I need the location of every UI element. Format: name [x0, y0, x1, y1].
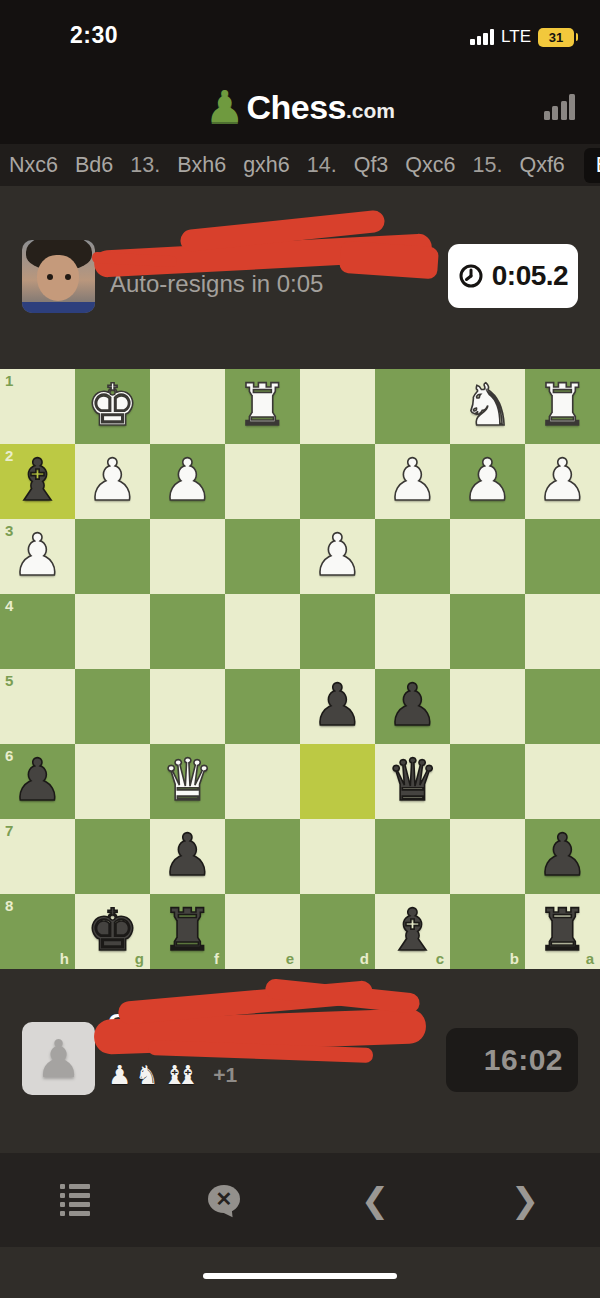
- battery-icon: 31: [538, 28, 574, 47]
- square-b4[interactable]: [450, 594, 525, 669]
- square-f5[interactable]: [150, 669, 225, 744]
- square-d4[interactable]: [300, 594, 375, 669]
- black-pawn[interactable]: ♟: [300, 669, 375, 742]
- square-b1[interactable]: ♞: [450, 369, 525, 444]
- player-clock-time: 16:02: [484, 1043, 563, 1077]
- file-label: h: [60, 950, 69, 967]
- square-h6[interactable]: 6♟: [0, 744, 75, 819]
- player-clock: 16:02: [446, 1028, 578, 1092]
- square-g8[interactable]: g♚: [75, 894, 150, 969]
- header: 2:30 LTE 31 ♟ Chess .com: [0, 0, 600, 144]
- white-rook[interactable]: ♜: [525, 369, 600, 442]
- battery-percent: 31: [549, 30, 563, 45]
- status-time: 2:30: [70, 22, 118, 49]
- square-d7[interactable]: [300, 819, 375, 894]
- white-pawn[interactable]: ♟: [450, 444, 525, 517]
- square-a4[interactable]: [525, 594, 600, 669]
- avatar-pawn-icon: ♟: [35, 1029, 82, 1089]
- square-a3[interactable]: [525, 519, 600, 594]
- rank-label: 3: [5, 522, 13, 539]
- chevron-left-icon: ❮: [361, 1183, 390, 1217]
- square-c3[interactable]: [375, 519, 450, 594]
- material-advantage: +1: [213, 1063, 237, 1087]
- black-pawn[interactable]: ♟: [525, 819, 600, 892]
- move-token[interactable]: gxh6: [243, 153, 290, 178]
- square-b3[interactable]: [450, 519, 525, 594]
- square-a6[interactable]: [525, 744, 600, 819]
- square-g2[interactable]: ♟: [75, 444, 150, 519]
- square-g6[interactable]: [75, 744, 150, 819]
- rank-label: 1: [5, 372, 13, 389]
- file-label: d: [360, 950, 369, 967]
- square-f4[interactable]: [150, 594, 225, 669]
- move-token[interactable]: Bxh6: [177, 153, 226, 178]
- chat-disabled-icon: ✕: [208, 1185, 242, 1215]
- captured-white-knight-icon: ♞: [135, 1058, 158, 1092]
- square-a5[interactable]: [525, 669, 600, 744]
- square-e4[interactable]: [225, 594, 300, 669]
- square-a2[interactable]: ♟: [525, 444, 600, 519]
- captured-pieces: ♟♞♝♝ +1: [108, 1058, 237, 1092]
- square-d1[interactable]: [300, 369, 375, 444]
- white-queen[interactable]: ♛: [150, 744, 225, 817]
- square-g3[interactable]: [75, 519, 150, 594]
- square-f3[interactable]: [150, 519, 225, 594]
- square-b7[interactable]: [450, 819, 525, 894]
- white-pawn[interactable]: ♟: [525, 444, 600, 517]
- network-type-label: LTE: [501, 27, 531, 47]
- square-h2[interactable]: 2♝: [0, 444, 75, 519]
- captured-white-bishop-icon: ♝: [176, 1058, 199, 1092]
- square-c6[interactable]: ♛: [375, 744, 450, 819]
- black-pawn[interactable]: ♟: [150, 819, 225, 892]
- opponent-avatar[interactable]: [22, 240, 95, 313]
- move-number: 15.: [473, 153, 503, 178]
- rank-label: 7: [5, 822, 13, 839]
- square-d8[interactable]: d: [300, 894, 375, 969]
- square-e2[interactable]: [225, 444, 300, 519]
- forward-move-button[interactable]: ❯: [450, 1183, 600, 1217]
- square-f6[interactable]: ♛: [150, 744, 225, 819]
- white-pawn[interactable]: ♟: [300, 519, 375, 592]
- black-pawn[interactable]: ♟: [375, 669, 450, 742]
- rank-label: 2: [5, 447, 13, 464]
- opponent-clock: 0:05.2: [448, 244, 578, 308]
- logo-pawn-icon: ♟: [205, 82, 244, 132]
- square-h3[interactable]: 3♟: [0, 519, 75, 594]
- square-b6[interactable]: [450, 744, 525, 819]
- white-knight[interactable]: ♞: [450, 369, 525, 442]
- white-pawn[interactable]: ♟: [75, 444, 150, 517]
- square-b8[interactable]: b: [450, 894, 525, 969]
- rank-label: 6: [5, 747, 13, 764]
- cell-signal-icon: [470, 29, 494, 45]
- square-d2[interactable]: [300, 444, 375, 519]
- square-d6[interactable]: [300, 744, 375, 819]
- square-g7[interactable]: [75, 819, 150, 894]
- square-d5[interactable]: ♟: [300, 669, 375, 744]
- back-move-button[interactable]: ❮: [300, 1183, 450, 1217]
- square-e3[interactable]: [225, 519, 300, 594]
- clock-icon: [458, 263, 484, 289]
- player-avatar[interactable]: ♟: [22, 1022, 95, 1095]
- square-b5[interactable]: [450, 669, 525, 744]
- moves-list-button[interactable]: [0, 1184, 150, 1216]
- square-h1[interactable]: 1: [0, 369, 75, 444]
- chess-board: 1♚♜♞♜2♝♟♟♟♟♟3♟♟45♟♟6♟♛♛7♟♟8hg♚f♜edc♝ba♜: [0, 369, 600, 969]
- opponent-clock-time: 0:05.2: [492, 260, 568, 292]
- file-label: b: [510, 950, 519, 967]
- square-e7[interactable]: [225, 819, 300, 894]
- file-label: g: [135, 950, 144, 967]
- file-label: c: [436, 950, 444, 967]
- black-queen[interactable]: ♛: [375, 744, 450, 817]
- white-king[interactable]: ♚: [75, 369, 150, 442]
- square-a8[interactable]: a♜: [525, 894, 600, 969]
- move-number: 14.: [307, 153, 337, 178]
- rank-label: 4: [5, 597, 13, 614]
- move-token[interactable]: Qf3: [354, 153, 389, 178]
- square-c7[interactable]: [375, 819, 450, 894]
- square-c2[interactable]: ♟: [375, 444, 450, 519]
- square-g5[interactable]: [75, 669, 150, 744]
- square-e6[interactable]: [225, 744, 300, 819]
- chesscom-logo: ♟ Chess .com: [0, 82, 600, 132]
- connection-strength-icon: [544, 94, 576, 120]
- square-g4[interactable]: [75, 594, 150, 669]
- square-c8[interactable]: c♝: [375, 894, 450, 969]
- square-h4[interactable]: 4: [0, 594, 75, 669]
- square-f2[interactable]: ♟: [150, 444, 225, 519]
- square-c4[interactable]: [375, 594, 450, 669]
- square-c1[interactable]: [375, 369, 450, 444]
- white-pawn[interactable]: ♟: [150, 444, 225, 517]
- square-h7[interactable]: 7: [0, 819, 75, 894]
- square-f7[interactable]: ♟: [150, 819, 225, 894]
- square-h5[interactable]: 5: [0, 669, 75, 744]
- square-c5[interactable]: ♟: [375, 669, 450, 744]
- square-a1[interactable]: ♜: [525, 369, 600, 444]
- file-label: e: [286, 950, 294, 967]
- bottom-toolbar: ✕ ❮ ❯: [0, 1153, 600, 1247]
- move-token[interactable]: Nxc6: [9, 153, 58, 178]
- logo-tld: .com: [346, 99, 395, 123]
- square-e1[interactable]: ♜: [225, 369, 300, 444]
- move-token[interactable]: Bh2+: [584, 148, 600, 183]
- square-f8[interactable]: f♜: [150, 894, 225, 969]
- chevron-right-icon: ❯: [511, 1183, 540, 1217]
- status-icons: LTE 31: [470, 27, 574, 47]
- chat-disabled-button[interactable]: ✕: [150, 1185, 300, 1215]
- rank-label: 5: [5, 672, 13, 689]
- file-label: f: [214, 950, 219, 967]
- captured-white-pawn-icon: ♟: [108, 1058, 131, 1092]
- redacted-opponent-name: [92, 218, 442, 292]
- white-rook[interactable]: ♜: [225, 369, 300, 442]
- moves-list-icon: [60, 1184, 90, 1216]
- file-label: a: [586, 950, 594, 967]
- square-h8[interactable]: 8h: [0, 894, 75, 969]
- square-g1[interactable]: ♚: [75, 369, 150, 444]
- move-token[interactable]: Bd6: [75, 153, 113, 178]
- square-b2[interactable]: ♟: [450, 444, 525, 519]
- white-pawn[interactable]: ♟: [375, 444, 450, 517]
- move-token[interactable]: Qxc6: [405, 153, 455, 178]
- move-list-bar: Nxc6Bd613.Bxh6gxh614.Qf3Qxc615.Qxf6Bh2+: [0, 144, 600, 186]
- square-e8[interactable]: e: [225, 894, 300, 969]
- rank-label: 8: [5, 897, 13, 914]
- square-d3[interactable]: ♟: [300, 519, 375, 594]
- logo-text: Chess: [246, 88, 346, 127]
- move-token[interactable]: Qxf6: [519, 153, 564, 178]
- home-indicator[interactable]: [203, 1273, 397, 1279]
- square-e5[interactable]: [225, 669, 300, 744]
- square-f1[interactable]: [150, 369, 225, 444]
- square-a7[interactable]: ♟: [525, 819, 600, 894]
- move-number: 13.: [130, 153, 160, 178]
- chess-app-screen: 2:30 LTE 31 ♟ Chess .com Nxc6Bd613.Bxh6g…: [0, 0, 600, 1298]
